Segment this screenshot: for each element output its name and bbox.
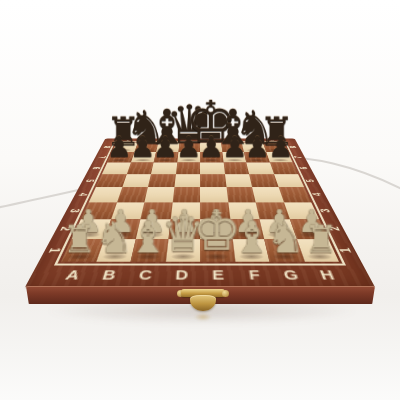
square-e5[interactable] <box>200 174 226 187</box>
square-c6[interactable] <box>151 162 177 174</box>
square-f7[interactable]: ♟ <box>222 152 246 162</box>
file-label-far-a: A <box>117 139 139 142</box>
rank-label-7: 7 <box>89 154 114 160</box>
file-label-far-e: E <box>200 139 221 142</box>
file-label-far-g: G <box>241 139 262 142</box>
file-label-far-d: D <box>179 139 200 142</box>
piece-black-pawn-g7[interactable]: ♟ <box>245 133 271 162</box>
file-label-far-f: F <box>220 139 241 142</box>
rank-label-8: 8 <box>95 145 119 150</box>
chess-board-scene: ♜♞♝♛♚♝♞♜♟♟♟♟♟♟♟♟♟♟♟♟♟♟♟♟♜♞♝♛♚♝♞♜ ABCDEFG… <box>77 66 323 316</box>
piece-black-pawn-e7[interactable]: ♟ <box>199 133 225 162</box>
rank-label-right-7: 7 <box>285 154 310 160</box>
file-labels-far: ABCDEFGH <box>117 139 283 142</box>
square-b5[interactable] <box>122 174 151 187</box>
square-f1[interactable]: ♝ <box>232 239 269 262</box>
file-label-far-c: C <box>158 139 179 142</box>
square-d5[interactable] <box>174 174 200 187</box>
rank-label-5: 5 <box>76 177 105 184</box>
clasp-reflection <box>194 313 212 321</box>
square-g4[interactable] <box>252 187 283 202</box>
file-labels-near: ABCDEFGH <box>50 265 350 285</box>
file-label-d: D <box>163 265 200 285</box>
piece-black-pawn-c7[interactable]: ♟ <box>153 133 179 162</box>
square-g7[interactable]: ♟ <box>244 152 270 162</box>
square-e7[interactable]: ♟ <box>200 152 223 162</box>
photo-stage: ♜♞♝♛♚♝♞♜♟♟♟♟♟♟♟♟♟♟♟♟♟♟♟♟♜♞♝♛♚♝♞♜ ABCDEFG… <box>0 0 400 400</box>
file-label-far-b: B <box>138 139 159 142</box>
file-label-e: E <box>200 265 237 285</box>
rank-label-right-5: 5 <box>296 177 325 184</box>
clasp-pull <box>190 295 216 311</box>
file-label-h: H <box>305 265 350 285</box>
rank-label-6: 6 <box>83 165 110 171</box>
brass-clasp <box>177 288 229 322</box>
square-e6[interactable] <box>200 162 225 174</box>
piece-white-rook-a1[interactable]: ♜ <box>63 221 97 259</box>
square-h4[interactable] <box>278 187 311 202</box>
square-b6[interactable] <box>126 162 153 174</box>
square-d7[interactable]: ♟ <box>177 152 200 162</box>
square-c4[interactable] <box>144 187 174 202</box>
square-e1[interactable]: ♚ <box>200 239 235 262</box>
square-c5[interactable] <box>148 174 176 187</box>
file-label-f: F <box>235 265 275 285</box>
rank-label-right-8: 8 <box>281 145 305 150</box>
square-d6[interactable] <box>175 162 200 174</box>
piece-white-bishop-f1[interactable]: ♝ <box>232 215 272 259</box>
chess-board-frame: ♜♞♝♛♚♝♞♜♟♟♟♟♟♟♟♟♟♟♟♟♟♟♟♟♜♞♝♛♚♝♞♜ ABCDEFG… <box>24 139 375 289</box>
square-f6[interactable] <box>223 162 249 174</box>
file-label-far-h: H <box>261 139 283 142</box>
square-f5[interactable] <box>225 174 253 187</box>
square-g1[interactable]: ♞ <box>264 239 304 262</box>
rank-label-right-6: 6 <box>290 165 317 171</box>
square-b4[interactable] <box>117 187 148 202</box>
clasp-right-wing <box>222 290 229 297</box>
file-label-c: C <box>125 265 165 285</box>
square-c7[interactable]: ♟ <box>154 152 178 162</box>
piece-white-knight-g1[interactable]: ♞ <box>267 216 305 259</box>
file-label-b: B <box>88 265 130 285</box>
piece-white-rook-h1[interactable]: ♜ <box>304 221 338 259</box>
